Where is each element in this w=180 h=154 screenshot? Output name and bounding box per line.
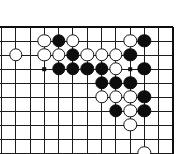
black-stone: [138, 34, 151, 47]
grid-line-vertical: [44, 90, 45, 104]
grid-line-vertical: [144, 27, 145, 34]
intersection: [23, 90, 37, 104]
grid-line-vertical: [101, 104, 102, 118]
grid-line-vertical: [172, 76, 174, 90]
hoshi-point: [128, 67, 132, 71]
intersection: [94, 104, 108, 118]
intersection: [94, 62, 108, 76]
white-stone: [95, 90, 108, 103]
grid-line-vertical: [172, 62, 174, 76]
grid-line-vertical: [87, 90, 88, 104]
intersection: [23, 118, 37, 132]
intersection: [52, 118, 66, 132]
intersection: [109, 90, 123, 104]
intersection: [166, 132, 180, 146]
grid-line-vertical: [30, 62, 31, 76]
intersection: [37, 62, 51, 76]
intersection: [166, 90, 180, 104]
intersection: [123, 90, 137, 104]
intersection: [152, 62, 166, 76]
intersection: [80, 48, 94, 62]
grid-line-vertical: [44, 104, 45, 118]
grid-line-vertical: [172, 132, 174, 146]
white-stone: [95, 48, 108, 61]
intersection: [123, 132, 137, 146]
intersection: [123, 48, 137, 62]
intersection: [9, 90, 23, 104]
intersection: [66, 90, 80, 104]
intersection: [52, 132, 66, 146]
intersection: [137, 90, 151, 104]
intersection: [166, 34, 180, 48]
intersection: [52, 146, 66, 154]
grid-line-vertical: [30, 34, 31, 48]
grid-line-vertical: [44, 118, 45, 132]
grid-line-vertical: [87, 118, 88, 132]
go-diagram: [0, 0, 180, 154]
white-stone: [123, 118, 136, 131]
intersection: [109, 34, 123, 48]
intersection: [9, 146, 23, 154]
black-stone: [66, 48, 79, 61]
intersection: [9, 34, 23, 48]
black-stone: [81, 62, 94, 75]
intersection: [166, 20, 180, 34]
grid-line-vertical: [44, 27, 45, 34]
intersection: [37, 48, 51, 62]
grid-line-vertical: [1, 118, 2, 132]
intersection: [37, 76, 51, 90]
black-stone: [109, 76, 122, 89]
grid-line-vertical: [172, 48, 174, 62]
intersection: [123, 104, 137, 118]
grid-line-vertical: [101, 27, 102, 34]
black-stone: [123, 76, 136, 89]
grid-line-vertical: [15, 90, 16, 104]
grid-line-vertical: [130, 132, 131, 146]
grid-line-vertical: [130, 27, 131, 34]
intersection: [23, 20, 37, 34]
grid-line-vertical: [172, 118, 174, 132]
grid-line-vertical: [115, 118, 116, 132]
intersection: [152, 20, 166, 34]
intersection: [0, 20, 9, 34]
grid-line-vertical: [30, 27, 31, 34]
grid-line-vertical: [101, 118, 102, 132]
intersection: [109, 62, 123, 76]
grid-line-vertical: [101, 146, 102, 154]
intersection: [123, 62, 137, 76]
intersection: [109, 118, 123, 132]
grid-line-vertical: [58, 104, 59, 118]
intersection: [123, 118, 137, 132]
grid-line-vertical: [87, 27, 88, 34]
black-stone: [52, 34, 65, 47]
grid-line-vertical: [72, 118, 73, 132]
intersection: [152, 104, 166, 118]
intersection: [152, 90, 166, 104]
white-stone: [38, 34, 51, 47]
intersection: [52, 48, 66, 62]
intersection: [137, 104, 151, 118]
grid-line-vertical: [115, 132, 116, 146]
grid-line-vertical: [72, 146, 73, 154]
black-stone: [138, 62, 151, 75]
intersection: [166, 76, 180, 90]
white-stone: [109, 90, 122, 103]
intersection: [137, 118, 151, 132]
black-stone: [138, 104, 151, 117]
intersection: [123, 146, 137, 154]
grid-line-vertical: [15, 146, 16, 154]
grid-line-vertical: [158, 146, 159, 154]
grid-line-vertical: [158, 118, 159, 132]
intersection: [66, 48, 80, 62]
intersection: [66, 118, 80, 132]
intersection: [66, 76, 80, 90]
intersection: [37, 104, 51, 118]
white-stone: [109, 62, 122, 75]
grid-line-vertical: [158, 27, 159, 34]
grid-line-vertical: [87, 132, 88, 146]
intersection: [52, 34, 66, 48]
intersection: [52, 104, 66, 118]
intersection: [52, 20, 66, 34]
grid-line-vertical: [144, 76, 145, 90]
intersection: [80, 118, 94, 132]
intersection: [80, 146, 94, 154]
intersection: [137, 48, 151, 62]
white-stone: [138, 146, 151, 154]
white-stone: [81, 48, 94, 61]
grid-line-vertical: [158, 48, 159, 62]
grid-line-vertical: [15, 27, 16, 34]
intersection: [9, 20, 23, 34]
intersection: [94, 90, 108, 104]
intersection: [94, 20, 108, 34]
intersection: [137, 34, 151, 48]
intersection: [80, 20, 94, 34]
intersection: [37, 34, 51, 48]
white-stone: [66, 34, 79, 47]
grid-line-vertical: [58, 27, 59, 34]
grid-line-vertical: [15, 62, 16, 76]
grid-line-vertical: [15, 34, 16, 48]
white-stone: [52, 48, 65, 61]
grid-line-vertical: [1, 62, 2, 76]
grid-line-vertical: [44, 146, 45, 154]
grid-line-vertical: [15, 132, 16, 146]
grid-line-vertical: [30, 90, 31, 104]
grid-line-vertical: [144, 48, 145, 62]
grid-line-vertical: [158, 132, 159, 146]
grid-line-vertical: [158, 90, 159, 104]
intersection: [137, 20, 151, 34]
black-stone: [95, 76, 108, 89]
intersection: [94, 118, 108, 132]
intersection: [37, 118, 51, 132]
hoshi-point: [43, 67, 47, 71]
grid-line-vertical: [30, 48, 31, 62]
grid-line-vertical: [1, 27, 2, 34]
grid-line-vertical: [44, 76, 45, 90]
intersection: [0, 118, 9, 132]
white-stone: [123, 90, 136, 103]
intersection: [137, 76, 151, 90]
grid-line-vertical: [72, 132, 73, 146]
intersection: [137, 62, 151, 76]
intersection: [37, 146, 51, 154]
grid-line-vertical: [115, 146, 116, 154]
intersection: [66, 132, 80, 146]
intersection: [152, 76, 166, 90]
grid-line-vertical: [158, 76, 159, 90]
intersection: [166, 104, 180, 118]
white-stone: [109, 48, 122, 61]
intersection: [0, 90, 9, 104]
intersection: [166, 146, 180, 154]
intersection: [94, 146, 108, 154]
intersection: [0, 34, 9, 48]
intersection: [109, 48, 123, 62]
grid-line-vertical: [87, 104, 88, 118]
intersection: [52, 90, 66, 104]
grid-line-vertical: [58, 90, 59, 104]
intersection: [109, 132, 123, 146]
intersection: [37, 20, 51, 34]
grid-line-vertical: [144, 132, 145, 146]
grid-line-vertical: [158, 62, 159, 76]
intersection: [66, 34, 80, 48]
intersection: [166, 48, 180, 62]
grid-line-vertical: [101, 132, 102, 146]
intersection: [23, 104, 37, 118]
grid-line-vertical: [172, 104, 174, 118]
intersection: [166, 62, 180, 76]
intersection: [37, 132, 51, 146]
grid-line-vertical: [1, 104, 2, 118]
black-stone: [109, 104, 122, 117]
black-stone: [95, 62, 108, 75]
intersection: [152, 132, 166, 146]
intersection: [123, 20, 137, 34]
grid-line-vertical: [158, 104, 159, 118]
intersection: [66, 20, 80, 34]
intersection: [123, 34, 137, 48]
intersection: [0, 132, 9, 146]
intersection: [23, 48, 37, 62]
grid-line-vertical: [72, 76, 73, 90]
grid-line-vertical: [1, 90, 2, 104]
intersection: [109, 104, 123, 118]
grid-line-vertical: [58, 132, 59, 146]
grid-line-vertical: [44, 132, 45, 146]
intersection: [94, 132, 108, 146]
grid-line-vertical: [72, 104, 73, 118]
grid-line-vertical: [1, 76, 2, 90]
grid-line-vertical: [130, 146, 131, 154]
grid-line-vertical: [30, 118, 31, 132]
grid-line-vertical: [58, 118, 59, 132]
grid-line-vertical: [87, 146, 88, 154]
intersection: [23, 76, 37, 90]
grid-line-vertical: [87, 76, 88, 90]
grid-line-vertical: [1, 146, 2, 154]
grid-line-vertical: [15, 76, 16, 90]
grid-line-vertical: [1, 48, 2, 62]
grid-line-vertical: [172, 27, 174, 34]
grid-line-vertical: [115, 34, 116, 48]
intersection: [9, 132, 23, 146]
black-stone: [52, 62, 65, 75]
intersection: [9, 76, 23, 90]
white-stone: [38, 48, 51, 61]
grid-line-vertical: [30, 146, 31, 154]
intersection: [0, 48, 9, 62]
black-stone: [138, 90, 151, 103]
grid-line-vertical: [15, 118, 16, 132]
grid-line-vertical: [30, 104, 31, 118]
grid-line-vertical: [58, 146, 59, 154]
intersection: [152, 48, 166, 62]
grid-line-vertical: [30, 132, 31, 146]
intersection: [123, 76, 137, 90]
grid-line-vertical: [172, 146, 174, 154]
intersection: [80, 76, 94, 90]
intersection: [23, 132, 37, 146]
black-stone: [66, 62, 79, 75]
white-stone: [123, 34, 136, 47]
intersection: [37, 90, 51, 104]
intersection: [80, 90, 94, 104]
intersection: [66, 104, 80, 118]
intersection: [94, 48, 108, 62]
intersection: [9, 48, 23, 62]
go-board-grid: [0, 20, 180, 154]
intersection: [80, 132, 94, 146]
intersection: [80, 34, 94, 48]
intersection: [80, 62, 94, 76]
intersection: [80, 104, 94, 118]
intersection: [9, 118, 23, 132]
grid-line-vertical: [172, 90, 174, 104]
intersection: [94, 34, 108, 48]
grid-line-vertical: [101, 34, 102, 48]
grid-line-vertical: [144, 118, 145, 132]
intersection: [152, 146, 166, 154]
intersection: [109, 146, 123, 154]
grid-line-vertical: [172, 34, 174, 48]
intersection: [0, 104, 9, 118]
intersection: [109, 20, 123, 34]
intersection: [0, 62, 9, 76]
grid-line-vertical: [72, 27, 73, 34]
grid-line-vertical: [72, 90, 73, 104]
intersection: [52, 62, 66, 76]
intersection: [166, 118, 180, 132]
intersection: [109, 76, 123, 90]
intersection: [152, 34, 166, 48]
grid-line-vertical: [58, 76, 59, 90]
intersection: [137, 132, 151, 146]
white-stone: [123, 104, 136, 117]
intersection: [0, 76, 9, 90]
intersection: [23, 34, 37, 48]
grid-line-vertical: [1, 34, 2, 48]
intersection: [94, 76, 108, 90]
grid-line-vertical: [158, 34, 159, 48]
intersection: [9, 62, 23, 76]
black-stone: [123, 48, 136, 61]
intersection: [66, 62, 80, 76]
intersection: [52, 76, 66, 90]
grid-line-vertical: [30, 76, 31, 90]
intersection: [23, 62, 37, 76]
intersection: [23, 146, 37, 154]
grid-line-vertical: [15, 104, 16, 118]
intersection: [152, 118, 166, 132]
grid-line-vertical: [1, 132, 2, 146]
intersection: [137, 146, 151, 154]
intersection: [9, 104, 23, 118]
white-stone: [9, 48, 22, 61]
grid-line-vertical: [87, 34, 88, 48]
intersection: [66, 146, 80, 154]
grid-line-vertical: [115, 27, 116, 34]
intersection: [0, 146, 9, 154]
